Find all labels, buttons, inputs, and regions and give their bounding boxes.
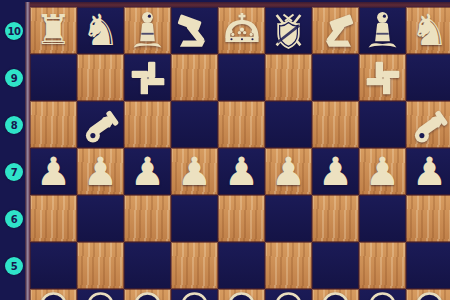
square-d10[interactable] [171,7,218,54]
knight-piece: ♞ [81,9,120,52]
square-i5[interactable] [406,242,450,289]
square-h10[interactable] [359,7,406,54]
square-i7[interactable]: ♟ [406,148,450,195]
rook-piece: ♜ [35,10,72,51]
square-b9[interactable] [77,54,124,101]
pinwheel-piece [130,60,166,96]
square-f4[interactable] [265,289,312,300]
square-i8[interactable] [406,101,450,148]
square-b10[interactable]: ♞ [77,7,124,54]
pawn-piece: ♟ [36,152,71,191]
square-h8[interactable] [359,101,406,148]
square-a9[interactable] [30,54,77,101]
rank-label-6: 6 [5,210,23,228]
black-pawn-top [312,289,359,300]
square-d4[interactable] [171,289,218,300]
black-pawn-top [359,289,406,300]
square-g6[interactable] [312,195,359,242]
square-b4[interactable] [77,289,124,300]
square-e8[interactable] [218,101,265,148]
pawn-piece: ♟ [365,152,400,191]
gavel-axe-piece [176,12,214,50]
pawn-piece: ♟ [177,152,212,191]
cannon-piece [80,104,122,145]
pawn-piece: ♟ [224,152,259,191]
knight-piece: ♞ [410,9,449,52]
square-e4[interactable] [218,289,265,300]
crown-king-piece [221,13,263,48]
square-i10[interactable]: ♞ [406,7,450,54]
monk-bishop-piece [367,8,398,53]
rank-labels: 1098765 [0,0,25,300]
square-i6[interactable] [406,195,450,242]
square-c9[interactable] [124,54,171,101]
square-d5[interactable] [171,242,218,289]
square-g9[interactable] [312,54,359,101]
square-e9[interactable] [218,54,265,101]
square-f10[interactable] [265,7,312,54]
square-b5[interactable] [77,242,124,289]
square-g4[interactable] [312,289,359,300]
square-h4[interactable] [359,289,406,300]
square-h9[interactable] [359,54,406,101]
square-d8[interactable] [171,101,218,148]
cannon-piece [409,104,450,145]
square-a7[interactable]: ♟ [30,148,77,195]
pinwheel-piece-mirrored [365,60,401,96]
rank-label-8: 8 [5,116,23,134]
pawn-piece: ♟ [412,152,447,191]
gavel-axe-piece-mirrored [317,12,355,50]
square-f6[interactable] [265,195,312,242]
square-f5[interactable] [265,242,312,289]
square-a6[interactable] [30,195,77,242]
square-d7[interactable]: ♟ [171,148,218,195]
square-h5[interactable] [359,242,406,289]
black-pawn-top [265,289,312,300]
monk-bishop-piece [132,8,163,53]
square-g7[interactable]: ♟ [312,148,359,195]
square-d6[interactable] [171,195,218,242]
square-i4[interactable] [406,289,450,300]
board-frame-top [25,2,450,7]
square-f9[interactable] [265,54,312,101]
square-c6[interactable] [124,195,171,242]
square-b6[interactable] [77,195,124,242]
pawn-piece: ♟ [130,152,165,191]
black-pawn-top [406,289,450,300]
board-frame-left [25,2,30,300]
square-e7[interactable]: ♟ [218,148,265,195]
black-pawn-top [77,289,124,300]
square-g10[interactable] [312,7,359,54]
square-i9[interactable] [406,54,450,101]
black-pawn-top [171,289,218,300]
square-c7[interactable]: ♟ [124,148,171,195]
black-pawn-top [30,289,77,300]
square-a8[interactable] [30,101,77,148]
rank-label-5: 5 [5,257,23,275]
square-c10[interactable] [124,7,171,54]
square-g8[interactable] [312,101,359,148]
black-pawn-top [218,289,265,300]
square-h7[interactable]: ♟ [359,148,406,195]
square-h6[interactable] [359,195,406,242]
board: ♜♞ [30,7,450,300]
square-g5[interactable] [312,242,359,289]
square-e10[interactable] [218,7,265,54]
square-e5[interactable] [218,242,265,289]
square-b7[interactable]: ♟ [77,148,124,195]
square-c4[interactable] [124,289,171,300]
rank-label-7: 7 [5,163,23,181]
pawn-piece: ♟ [318,152,353,191]
shield-crossed-swords-piece [270,8,307,54]
square-f8[interactable] [265,101,312,148]
square-b8[interactable] [77,101,124,148]
square-f7[interactable]: ♟ [265,148,312,195]
square-d9[interactable] [171,54,218,101]
square-a4[interactable] [30,289,77,300]
square-c8[interactable] [124,101,171,148]
game-screen: 1098765 ♜♞ [0,0,450,300]
pawn-piece: ♟ [83,152,118,191]
pawn-piece: ♟ [271,152,306,191]
square-c5[interactable] [124,242,171,289]
square-a10[interactable]: ♜ [30,7,77,54]
rank-label-9: 9 [5,69,23,87]
square-a5[interactable] [30,242,77,289]
square-e6[interactable] [218,195,265,242]
black-pawn-top [124,289,171,300]
rank-label-10: 10 [5,22,23,40]
